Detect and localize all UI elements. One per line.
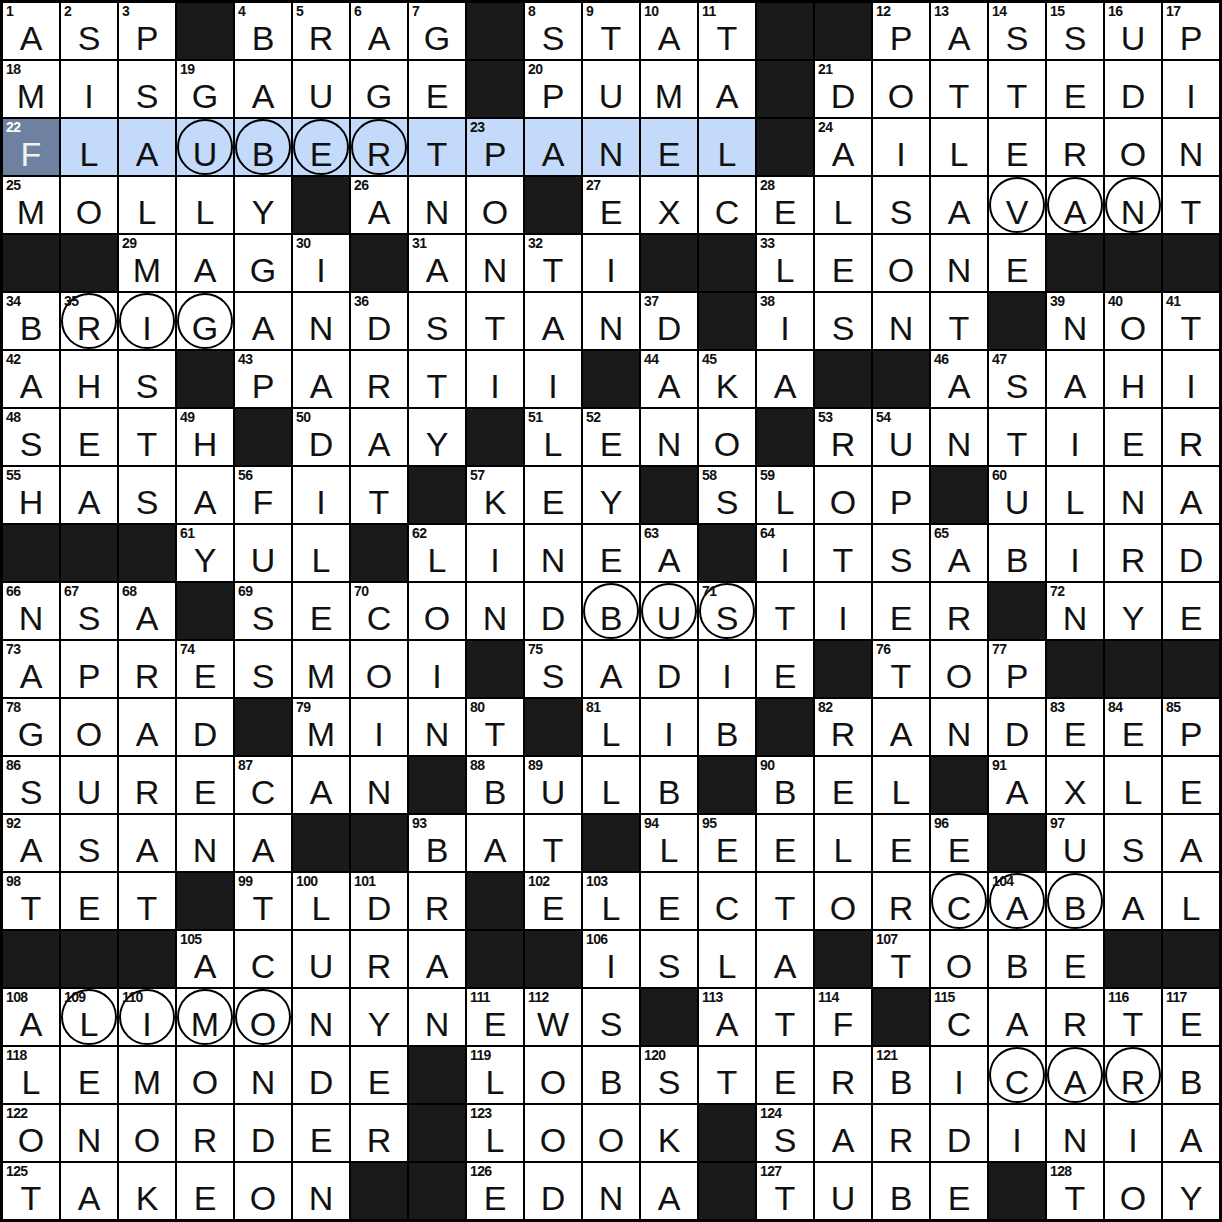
cell-r12c10[interactable]: 75S <box>524 640 582 698</box>
cell-r16c18[interactable]: 104A <box>988 872 1046 930</box>
cell-r4c12[interactable]: X <box>640 176 698 234</box>
cell-r15c13[interactable]: 95E <box>698 814 756 872</box>
cell-r12c13[interactable]: I <box>698 640 756 698</box>
cell-r20c14[interactable]: 124S <box>756 1104 814 1162</box>
cell-r11c8[interactable]: O <box>408 582 466 640</box>
cell-r18c17[interactable]: 115C <box>930 988 988 1046</box>
cell-r5c3[interactable]: 29M <box>118 234 176 292</box>
cell-r3c15[interactable]: 24A <box>814 118 872 176</box>
cell-r4c14[interactable]: 28E <box>756 176 814 234</box>
cell-r4c1[interactable]: 25M <box>2 176 60 234</box>
cell-r9c9[interactable]: 57K <box>466 466 524 524</box>
cell-r19c14[interactable]: E <box>756 1046 814 1104</box>
cell-r14c2[interactable]: U <box>60 756 118 814</box>
cell-r9c13[interactable]: 58S <box>698 466 756 524</box>
cell-r7c12[interactable]: 44A <box>640 350 698 408</box>
cell-r14c1[interactable]: 86S <box>2 756 60 814</box>
cell-r18c13[interactable]: 113A <box>698 988 756 1046</box>
cell-r11c19[interactable]: 72N <box>1046 582 1104 640</box>
cell-r5c11[interactable]: I <box>582 234 640 292</box>
cell-r2c3[interactable]: S <box>118 60 176 118</box>
cell-r18c14[interactable]: T <box>756 988 814 1046</box>
cell-r14c16[interactable]: L <box>872 756 930 814</box>
cell-r20c12[interactable]: K <box>640 1104 698 1162</box>
cell-r20c17[interactable]: D <box>930 1104 988 1162</box>
cell-r3c9[interactable]: 23P <box>466 118 524 176</box>
cell-r8c11[interactable]: 52E <box>582 408 640 466</box>
cell-r4c16[interactable]: S <box>872 176 930 234</box>
cell-r3c5[interactable]: B <box>234 118 292 176</box>
cell-r11c11[interactable]: B <box>582 582 640 640</box>
cell-r4c17[interactable]: A <box>930 176 988 234</box>
cell-r21c15[interactable]: U <box>814 1162 872 1220</box>
cell-r3c11[interactable]: N <box>582 118 640 176</box>
cell-r2c13[interactable]: A <box>698 60 756 118</box>
cell-r1c17[interactable]: 13A <box>930 2 988 60</box>
cell-r20c20[interactable]: I <box>1104 1104 1162 1162</box>
cell-r3c18[interactable]: E <box>988 118 1046 176</box>
cell-r9c1[interactable]: 55H <box>2 466 60 524</box>
cell-r8c21[interactable]: R <box>1162 408 1220 466</box>
cell-r8c3[interactable]: T <box>118 408 176 466</box>
cell-r3c1[interactable]: 22F <box>2 118 60 176</box>
cell-r5c9[interactable]: N <box>466 234 524 292</box>
cell-r14c10[interactable]: 89U <box>524 756 582 814</box>
cell-r6c10[interactable]: A <box>524 292 582 350</box>
cell-r16c1[interactable]: 98T <box>2 872 60 930</box>
cell-r8c15[interactable]: 53R <box>814 408 872 466</box>
cell-r7c8[interactable]: T <box>408 350 466 408</box>
cell-r7c1[interactable]: 42A <box>2 350 60 408</box>
cell-r1c1[interactable]: 1A <box>2 2 60 60</box>
cell-r11c14[interactable]: T <box>756 582 814 640</box>
cell-r18c10[interactable]: 112W <box>524 988 582 1046</box>
cell-r20c1[interactable]: 122O <box>2 1104 60 1162</box>
cell-r6c7[interactable]: 36D <box>350 292 408 350</box>
cell-r8c12[interactable]: N <box>640 408 698 466</box>
cell-r12c11[interactable]: A <box>582 640 640 698</box>
cell-r11c10[interactable]: D <box>524 582 582 640</box>
cell-r9c6[interactable]: I <box>292 466 350 524</box>
cell-r14c4[interactable]: E <box>176 756 234 814</box>
cell-r13c3[interactable]: A <box>118 698 176 756</box>
cell-r19c11[interactable]: B <box>582 1046 640 1104</box>
cell-r8c10[interactable]: 51L <box>524 408 582 466</box>
cell-r5c14[interactable]: 33L <box>756 234 814 292</box>
cell-r11c16[interactable]: E <box>872 582 930 640</box>
cell-r15c19[interactable]: 97U <box>1046 814 1104 872</box>
cell-r20c21[interactable]: A <box>1162 1104 1220 1162</box>
cell-r7c21[interactable]: I <box>1162 350 1220 408</box>
cell-r16c7[interactable]: 101D <box>350 872 408 930</box>
cell-r16c20[interactable]: A <box>1104 872 1162 930</box>
cell-r6c8[interactable]: S <box>408 292 466 350</box>
cell-r19c16[interactable]: 121B <box>872 1046 930 1104</box>
cell-r12c12[interactable]: D <box>640 640 698 698</box>
cell-r8c8[interactable]: Y <box>408 408 466 466</box>
cell-r3c8[interactable]: T <box>408 118 466 176</box>
cell-r13c16[interactable]: A <box>872 698 930 756</box>
cell-r20c4[interactable]: R <box>176 1104 234 1162</box>
cell-r19c1[interactable]: 118L <box>2 1046 60 1104</box>
cell-r3c2[interactable]: L <box>60 118 118 176</box>
cell-r1c8[interactable]: 7G <box>408 2 466 60</box>
cell-r13c9[interactable]: 80T <box>466 698 524 756</box>
cell-r17c7[interactable]: R <box>350 930 408 988</box>
cell-r11c1[interactable]: 66N <box>2 582 60 640</box>
cell-r7c3[interactable]: S <box>118 350 176 408</box>
cell-r15c8[interactable]: 93B <box>408 814 466 872</box>
cell-r13c13[interactable]: B <box>698 698 756 756</box>
cell-r21c11[interactable]: N <box>582 1162 640 1220</box>
cell-r12c16[interactable]: 76T <box>872 640 930 698</box>
cell-r10c12[interactable]: 63A <box>640 524 698 582</box>
cell-r19c19[interactable]: A <box>1046 1046 1104 1104</box>
cell-r21c1[interactable]: 125T <box>2 1162 60 1220</box>
cell-r3c21[interactable]: N <box>1162 118 1220 176</box>
cell-r21c12[interactable]: A <box>640 1162 698 1220</box>
cell-r1c19[interactable]: 15S <box>1046 2 1104 60</box>
cell-r5c16[interactable]: O <box>872 234 930 292</box>
cell-r20c15[interactable]: A <box>814 1104 872 1162</box>
cell-r16c13[interactable]: C <box>698 872 756 930</box>
cell-r4c11[interactable]: 27E <box>582 176 640 234</box>
cell-r10c21[interactable]: D <box>1162 524 1220 582</box>
cell-r12c4[interactable]: 74E <box>176 640 234 698</box>
cell-r7c2[interactable]: H <box>60 350 118 408</box>
cell-r18c2[interactable]: 109L <box>60 988 118 1046</box>
cell-r21c6[interactable]: N <box>292 1162 350 1220</box>
cell-r13c12[interactable]: I <box>640 698 698 756</box>
cell-r4c13[interactable]: C <box>698 176 756 234</box>
cell-r10c11[interactable]: E <box>582 524 640 582</box>
cell-r17c17[interactable]: O <box>930 930 988 988</box>
cell-r13c8[interactable]: N <box>408 698 466 756</box>
cell-r4c19[interactable]: A <box>1046 176 1104 234</box>
cell-r6c19[interactable]: 39N <box>1046 292 1104 350</box>
cell-r21c21[interactable]: Y <box>1162 1162 1220 1220</box>
cell-r3c4[interactable]: U <box>176 118 234 176</box>
cell-r19c13[interactable]: T <box>698 1046 756 1104</box>
cell-r6c21[interactable]: 41T <box>1162 292 1220 350</box>
cell-r8c16[interactable]: 54U <box>872 408 930 466</box>
cell-r3c20[interactable]: O <box>1104 118 1162 176</box>
cell-r13c15[interactable]: 82R <box>814 698 872 756</box>
cell-r2c12[interactable]: M <box>640 60 698 118</box>
cell-r21c5[interactable]: O <box>234 1162 292 1220</box>
cell-r19c10[interactable]: O <box>524 1046 582 1104</box>
cell-r17c6[interactable]: U <box>292 930 350 988</box>
cell-r3c3[interactable]: A <box>118 118 176 176</box>
cell-r7c17[interactable]: 46A <box>930 350 988 408</box>
cell-r20c5[interactable]: D <box>234 1104 292 1162</box>
cell-r14c18[interactable]: 91A <box>988 756 1046 814</box>
cell-r20c10[interactable]: O <box>524 1104 582 1162</box>
cell-r4c3[interactable]: L <box>118 176 176 234</box>
cell-r21c16[interactable]: B <box>872 1162 930 1220</box>
cell-r19c5[interactable]: N <box>234 1046 292 1104</box>
cell-r13c7[interactable]: I <box>350 698 408 756</box>
cell-r10c15[interactable]: T <box>814 524 872 582</box>
cell-r4c21[interactable]: T <box>1162 176 1220 234</box>
cell-r21c4[interactable]: E <box>176 1162 234 1220</box>
cell-r7c10[interactable]: I <box>524 350 582 408</box>
cell-r5c10[interactable]: 32T <box>524 234 582 292</box>
cell-r2c4[interactable]: 19G <box>176 60 234 118</box>
cell-r8c4[interactable]: 49H <box>176 408 234 466</box>
cell-r19c6[interactable]: D <box>292 1046 350 1104</box>
cell-r15c9[interactable]: A <box>466 814 524 872</box>
cell-r18c11[interactable]: S <box>582 988 640 1046</box>
cell-r2c7[interactable]: G <box>350 60 408 118</box>
cell-r15c1[interactable]: 92A <box>2 814 60 872</box>
cell-r18c1[interactable]: 108A <box>2 988 60 1046</box>
cell-r16c19[interactable]: B <box>1046 872 1104 930</box>
cell-r19c9[interactable]: 119L <box>466 1046 524 1104</box>
cell-r17c16[interactable]: 107T <box>872 930 930 988</box>
cell-r8c19[interactable]: I <box>1046 408 1104 466</box>
cell-r9c21[interactable]: A <box>1162 466 1220 524</box>
cell-r6c15[interactable]: S <box>814 292 872 350</box>
cell-r1c11[interactable]: 9T <box>582 2 640 60</box>
cell-r4c20[interactable]: N <box>1104 176 1162 234</box>
cell-r15c17[interactable]: 96E <box>930 814 988 872</box>
cell-r8c18[interactable]: T <box>988 408 1046 466</box>
cell-r9c4[interactable]: A <box>176 466 234 524</box>
cell-r7c19[interactable]: A <box>1046 350 1104 408</box>
cell-r19c21[interactable]: B <box>1162 1046 1220 1104</box>
cell-r8c7[interactable]: A <box>350 408 408 466</box>
cell-r16c11[interactable]: 103L <box>582 872 640 930</box>
cell-r11c7[interactable]: 70C <box>350 582 408 640</box>
cell-r3c16[interactable]: I <box>872 118 930 176</box>
cell-r8c20[interactable]: E <box>1104 408 1162 466</box>
cell-r3c19[interactable]: R <box>1046 118 1104 176</box>
cell-r21c20[interactable]: O <box>1104 1162 1162 1220</box>
cell-r4c8[interactable]: N <box>408 176 466 234</box>
cell-r1c20[interactable]: 16U <box>1104 2 1162 60</box>
cell-r19c17[interactable]: I <box>930 1046 988 1104</box>
cell-r11c12[interactable]: U <box>640 582 698 640</box>
cell-r9c20[interactable]: N <box>1104 466 1162 524</box>
cell-r2c15[interactable]: 21D <box>814 60 872 118</box>
cell-r16c21[interactable]: L <box>1162 872 1220 930</box>
cell-r18c4[interactable]: M <box>176 988 234 1046</box>
cell-r8c17[interactable]: N <box>930 408 988 466</box>
cell-r1c18[interactable]: 14S <box>988 2 1046 60</box>
cell-r9c14[interactable]: 59L <box>756 466 814 524</box>
cell-r15c2[interactable]: S <box>60 814 118 872</box>
cell-r18c15[interactable]: 114F <box>814 988 872 1046</box>
cell-r5c6[interactable]: 30I <box>292 234 350 292</box>
cell-r4c2[interactable]: O <box>60 176 118 234</box>
cell-r19c7[interactable]: E <box>350 1046 408 1104</box>
cell-r14c19[interactable]: X <box>1046 756 1104 814</box>
cell-r19c4[interactable]: O <box>176 1046 234 1104</box>
cell-r20c3[interactable]: O <box>118 1104 176 1162</box>
cell-r2c5[interactable]: A <box>234 60 292 118</box>
cell-r19c15[interactable]: R <box>814 1046 872 1104</box>
cell-r9c16[interactable]: P <box>872 466 930 524</box>
cell-r19c3[interactable]: M <box>118 1046 176 1104</box>
cell-r2c20[interactable]: D <box>1104 60 1162 118</box>
cell-r2c11[interactable]: U <box>582 60 640 118</box>
cell-r2c16[interactable]: O <box>872 60 930 118</box>
cell-r21c17[interactable]: E <box>930 1162 988 1220</box>
cell-r6c11[interactable]: N <box>582 292 640 350</box>
cell-r17c11[interactable]: 106I <box>582 930 640 988</box>
cell-r1c13[interactable]: 11T <box>698 2 756 60</box>
cell-r3c17[interactable]: L <box>930 118 988 176</box>
cell-r15c15[interactable]: L <box>814 814 872 872</box>
cell-r1c12[interactable]: 10A <box>640 2 698 60</box>
cell-r5c8[interactable]: 31A <box>408 234 466 292</box>
cell-r10c8[interactable]: 62L <box>408 524 466 582</box>
cell-r16c16[interactable]: R <box>872 872 930 930</box>
cell-r2c17[interactable]: T <box>930 60 988 118</box>
cell-r5c17[interactable]: N <box>930 234 988 292</box>
cell-r9c19[interactable]: L <box>1046 466 1104 524</box>
cell-r15c3[interactable]: A <box>118 814 176 872</box>
cell-r16c5[interactable]: 99T <box>234 872 292 930</box>
cell-r1c5[interactable]: 4B <box>234 2 292 60</box>
cell-r14c21[interactable]: E <box>1162 756 1220 814</box>
cell-r14c9[interactable]: 88B <box>466 756 524 814</box>
cell-r10c14[interactable]: 64I <box>756 524 814 582</box>
cell-r17c13[interactable]: L <box>698 930 756 988</box>
cell-r21c19[interactable]: 128T <box>1046 1162 1104 1220</box>
cell-r15c21[interactable]: A <box>1162 814 1220 872</box>
cell-r3c13[interactable]: L <box>698 118 756 176</box>
cell-r2c1[interactable]: 18M <box>2 60 60 118</box>
cell-r12c3[interactable]: R <box>118 640 176 698</box>
cell-r1c10[interactable]: 8S <box>524 2 582 60</box>
cell-r13c2[interactable]: O <box>60 698 118 756</box>
cell-r19c12[interactable]: 120S <box>640 1046 698 1104</box>
cell-r11c21[interactable]: E <box>1162 582 1220 640</box>
cell-r15c12[interactable]: 94L <box>640 814 698 872</box>
cell-r7c9[interactable]: I <box>466 350 524 408</box>
cell-r8c2[interactable]: E <box>60 408 118 466</box>
cell-r6c12[interactable]: 37D <box>640 292 698 350</box>
cell-r10c20[interactable]: R <box>1104 524 1162 582</box>
cell-r10c9[interactable]: I <box>466 524 524 582</box>
cell-r10c4[interactable]: 61Y <box>176 524 234 582</box>
cell-r13c4[interactable]: D <box>176 698 234 756</box>
cell-r12c18[interactable]: 77P <box>988 640 1046 698</box>
cell-r16c6[interactable]: 100L <box>292 872 350 930</box>
cell-r19c2[interactable]: E <box>60 1046 118 1104</box>
cell-r10c10[interactable]: N <box>524 524 582 582</box>
cell-r13c19[interactable]: 83E <box>1046 698 1104 756</box>
cell-r15c20[interactable]: S <box>1104 814 1162 872</box>
cell-r6c16[interactable]: N <box>872 292 930 350</box>
cell-r18c18[interactable]: A <box>988 988 1046 1046</box>
cell-r20c9[interactable]: 123L <box>466 1104 524 1162</box>
cell-r6c3[interactable]: I <box>118 292 176 350</box>
cell-r14c20[interactable]: L <box>1104 756 1162 814</box>
cell-r9c3[interactable]: S <box>118 466 176 524</box>
cell-r18c21[interactable]: 117E <box>1162 988 1220 1046</box>
cell-r9c15[interactable]: O <box>814 466 872 524</box>
cell-r13c17[interactable]: N <box>930 698 988 756</box>
cell-r19c18[interactable]: C <box>988 1046 1046 1104</box>
cell-r11c13[interactable]: 71S <box>698 582 756 640</box>
cell-r7c14[interactable]: A <box>756 350 814 408</box>
cell-r21c9[interactable]: 126E <box>466 1162 524 1220</box>
cell-r17c14[interactable]: A <box>756 930 814 988</box>
cell-r12c14[interactable]: E <box>756 640 814 698</box>
cell-r17c4[interactable]: 105A <box>176 930 234 988</box>
cell-r18c5[interactable]: O <box>234 988 292 1046</box>
cell-r2c6[interactable]: U <box>292 60 350 118</box>
cell-r4c4[interactable]: L <box>176 176 234 234</box>
cell-r10c5[interactable]: U <box>234 524 292 582</box>
cell-r17c8[interactable]: A <box>408 930 466 988</box>
cell-r7c20[interactable]: H <box>1104 350 1162 408</box>
cell-r5c4[interactable]: A <box>176 234 234 292</box>
cell-r15c5[interactable]: A <box>234 814 292 872</box>
cell-r2c8[interactable]: E <box>408 60 466 118</box>
cell-r13c11[interactable]: 81L <box>582 698 640 756</box>
cell-r14c3[interactable]: R <box>118 756 176 814</box>
cell-r16c14[interactable]: T <box>756 872 814 930</box>
cell-r4c7[interactable]: 26A <box>350 176 408 234</box>
cell-r16c3[interactable]: T <box>118 872 176 930</box>
cell-r9c11[interactable]: Y <box>582 466 640 524</box>
cell-r5c5[interactable]: G <box>234 234 292 292</box>
cell-r12c8[interactable]: I <box>408 640 466 698</box>
cell-r2c10[interactable]: 20P <box>524 60 582 118</box>
cell-r11c20[interactable]: Y <box>1104 582 1162 640</box>
cell-r17c19[interactable]: E <box>1046 930 1104 988</box>
cell-r15c10[interactable]: T <box>524 814 582 872</box>
cell-r9c7[interactable]: T <box>350 466 408 524</box>
cell-r20c19[interactable]: N <box>1046 1104 1104 1162</box>
cell-r15c14[interactable]: E <box>756 814 814 872</box>
cell-r8c1[interactable]: 48S <box>2 408 60 466</box>
cell-r10c19[interactable]: I <box>1046 524 1104 582</box>
cell-r20c18[interactable]: I <box>988 1104 1046 1162</box>
cell-r1c2[interactable]: 2S <box>60 2 118 60</box>
cell-r5c18[interactable]: E <box>988 234 1046 292</box>
cell-r2c2[interactable]: I <box>60 60 118 118</box>
cell-r12c6[interactable]: M <box>292 640 350 698</box>
cell-r21c14[interactable]: 127T <box>756 1162 814 1220</box>
cell-r6c6[interactable]: N <box>292 292 350 350</box>
cell-r14c14[interactable]: 90B <box>756 756 814 814</box>
cell-r5c15[interactable]: E <box>814 234 872 292</box>
cell-r21c10[interactable]: D <box>524 1162 582 1220</box>
cell-r14c15[interactable]: E <box>814 756 872 814</box>
cell-r13c21[interactable]: 85P <box>1162 698 1220 756</box>
cell-r14c7[interactable]: N <box>350 756 408 814</box>
cell-r10c16[interactable]: S <box>872 524 930 582</box>
cell-r17c5[interactable]: C <box>234 930 292 988</box>
cell-r18c19[interactable]: R <box>1046 988 1104 1046</box>
cell-r9c2[interactable]: A <box>60 466 118 524</box>
cell-r4c15[interactable]: L <box>814 176 872 234</box>
cell-r11c6[interactable]: E <box>292 582 350 640</box>
cell-r18c6[interactable]: N <box>292 988 350 1046</box>
cell-r7c13[interactable]: 45K <box>698 350 756 408</box>
cell-r21c3[interactable]: K <box>118 1162 176 1220</box>
cell-r2c19[interactable]: E <box>1046 60 1104 118</box>
cell-r19c20[interactable]: R <box>1104 1046 1162 1104</box>
cell-r7c18[interactable]: 47S <box>988 350 1046 408</box>
cell-r11c17[interactable]: R <box>930 582 988 640</box>
cell-r18c9[interactable]: 111E <box>466 988 524 1046</box>
